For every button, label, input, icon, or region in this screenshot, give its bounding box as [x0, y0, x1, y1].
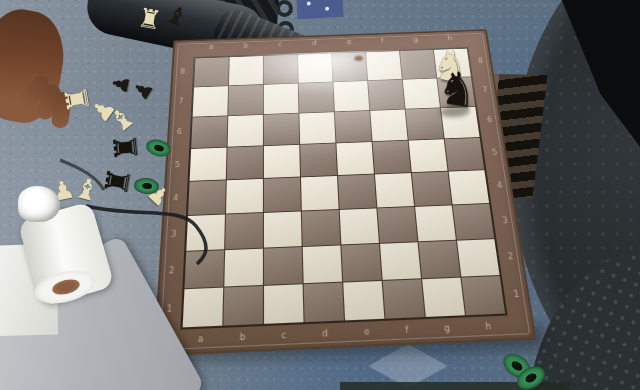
white-rook-upright: ♜ — [136, 4, 163, 34]
black-bishop-top: ♝ — [162, 1, 191, 31]
black-rook-fallen-a: ♜ — [109, 132, 142, 162]
crumpled-tissue — [18, 186, 60, 222]
black-rook-fallen-b: ♜ — [100, 165, 135, 198]
black-pawn-fallen-b: ♟ — [130, 77, 158, 104]
scene-photo: abcdefgh abcdefgh 87654321 87654321 ♜♟♝♜… — [0, 0, 640, 390]
white-bishop-upright: ♝ — [71, 173, 102, 206]
